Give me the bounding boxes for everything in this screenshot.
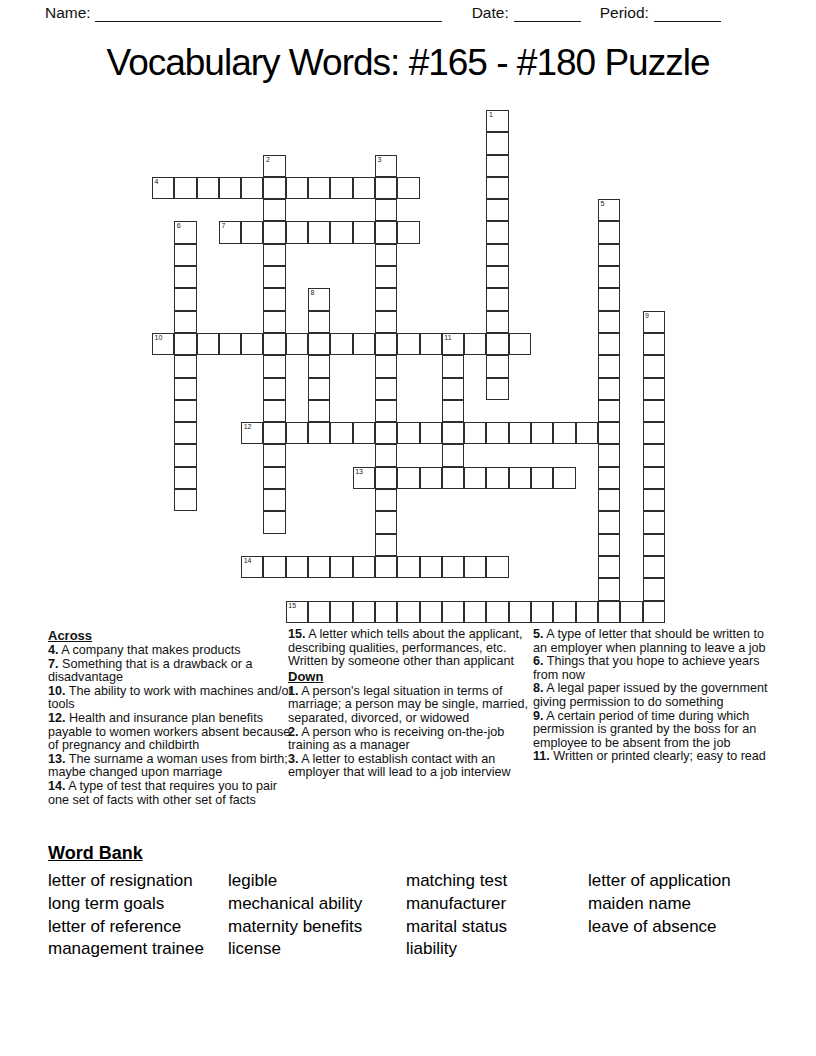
- grid-cell-r14c10[interactable]: [375, 422, 397, 444]
- grid-cell-r22c9[interactable]: [353, 601, 375, 623]
- grid-cell-r22c17[interactable]: [531, 601, 553, 623]
- grid-cell-r13c22[interactable]: [643, 400, 665, 422]
- grid-cell-r0c15[interactable]: 1: [486, 110, 508, 132]
- period-blank-line[interactable]: [654, 7, 721, 22]
- grid-cell-r16c15[interactable]: [486, 467, 508, 489]
- grid-cell-r6c5[interactable]: [263, 244, 285, 266]
- grid-cell-r11c5[interactable]: [263, 355, 285, 377]
- grid-cell-r16c1[interactable]: [174, 467, 196, 489]
- grid-cell-r5c3[interactable]: 7: [219, 221, 241, 243]
- grid-cell-r13c20[interactable]: [598, 400, 620, 422]
- grid-cell-r5c1[interactable]: 6: [174, 221, 196, 243]
- grid-cell-r1c15[interactable]: [486, 132, 508, 154]
- grid-cell-r3c2[interactable]: [197, 177, 219, 199]
- grid-cell-r3c6[interactable]: [286, 177, 308, 199]
- grid-cell-r16c9[interactable]: 13: [353, 467, 375, 489]
- grid-cell-r3c3[interactable]: [219, 177, 241, 199]
- grid-cell-r2c10[interactable]: 3: [375, 155, 397, 177]
- grid-cell-r16c20[interactable]: [598, 467, 620, 489]
- clues-column-middle: 15. A letter which tells about the appli…: [288, 628, 530, 780]
- grid-cell-r4c5[interactable]: [263, 199, 285, 221]
- grid-cell-r6c10[interactable]: [375, 244, 397, 266]
- grid-cell-r3c9[interactable]: [353, 177, 375, 199]
- grid-cell-r14c12[interactable]: [420, 422, 442, 444]
- grid-cell-r11c10[interactable]: [375, 355, 397, 377]
- grid-cell-r10c3[interactable]: [219, 333, 241, 355]
- grid-cell-r5c6[interactable]: [286, 221, 308, 243]
- grid-cell-r20c12[interactable]: [420, 556, 442, 578]
- grid-cell-r10c14[interactable]: [464, 333, 486, 355]
- grid-cell-r15c5[interactable]: [263, 444, 285, 466]
- grid-cell-r3c5[interactable]: [263, 177, 285, 199]
- name-blank-line[interactable]: [95, 7, 442, 22]
- clue-across-7: 7. Something that is a drawback or a dis…: [48, 658, 294, 685]
- grid-cell-r22c11[interactable]: [397, 601, 419, 623]
- grid-cell-r15c20[interactable]: [598, 444, 620, 466]
- clue-across-14: 14. A type of test that requires you to …: [48, 780, 294, 807]
- grid-cell-r5c4[interactable]: [241, 221, 263, 243]
- grid-cell-r19c20[interactable]: [598, 534, 620, 556]
- grid-cell-r12c13[interactable]: [442, 378, 464, 400]
- word-bank-item: letter of reference: [48, 916, 228, 939]
- word-bank-item: matching test: [406, 870, 588, 893]
- grid-cell-r22c8[interactable]: [330, 601, 352, 623]
- grid-cell-r16c14[interactable]: [464, 467, 486, 489]
- word-bank-item: maiden name: [588, 893, 788, 916]
- grid-cell-r5c7[interactable]: [308, 221, 330, 243]
- clue-across-4: 4. A company that makes products: [48, 644, 294, 658]
- grid-cell-r6c1[interactable]: [174, 244, 196, 266]
- grid-cell-r5c5[interactable]: [263, 221, 285, 243]
- grid-cell-r16c13[interactable]: [442, 467, 464, 489]
- grid-cell-r7c5[interactable]: [263, 266, 285, 288]
- cell-number-10: 10: [155, 334, 163, 342]
- grid-cell-r14c19[interactable]: [576, 422, 598, 444]
- grid-cell-r11c20[interactable]: [598, 355, 620, 377]
- clue-down-11: 11. Written or printed clearly; easy to …: [533, 750, 778, 764]
- cell-number-3: 3: [377, 156, 381, 164]
- grid-cell-r14c18[interactable]: [553, 422, 575, 444]
- grid-cell-r5c8[interactable]: [330, 221, 352, 243]
- grid-cell-r17c22[interactable]: [643, 489, 665, 511]
- word-bank-item: letter of application: [588, 870, 788, 893]
- grid-cell-r10c2[interactable]: [197, 333, 219, 355]
- grid-cell-r20c13[interactable]: [442, 556, 464, 578]
- word-bank-item: manufacturer: [406, 893, 588, 916]
- grid-cell-r10c1[interactable]: [174, 333, 196, 355]
- grid-cell-r9c20[interactable]: [598, 311, 620, 333]
- grid-cell-r10c13[interactable]: 11: [442, 333, 464, 355]
- grid-cell-r22c19[interactable]: [576, 601, 598, 623]
- grid-cell-r12c20[interactable]: [598, 378, 620, 400]
- grid-cell-r8c15[interactable]: [486, 288, 508, 310]
- word-bank-column-3: matching testmanufacturermarital statusl…: [406, 870, 588, 961]
- grid-cell-r15c1[interactable]: [174, 444, 196, 466]
- clue-down-1: 1. A person's legal situation in terms o…: [288, 685, 530, 726]
- cell-number-7: 7: [221, 222, 225, 230]
- grid-cell-r16c18[interactable]: [553, 467, 575, 489]
- grid-cell-r17c5[interactable]: [263, 489, 285, 511]
- grid-cell-r20c4[interactable]: 14: [241, 556, 263, 578]
- grid-cell-r16c16[interactable]: [509, 467, 531, 489]
- grid-cell-r11c15[interactable]: [486, 355, 508, 377]
- grid-cell-r10c10[interactable]: [375, 333, 397, 355]
- grid-cell-r14c1[interactable]: [174, 422, 196, 444]
- grid-cell-r11c13[interactable]: [442, 355, 464, 377]
- clue-down-5: 5. A type of letter that should be writt…: [533, 628, 778, 655]
- word-bank-item: license: [228, 938, 406, 961]
- grid-cell-r14c20[interactable]: [598, 422, 620, 444]
- down-heading: Down: [288, 670, 530, 684]
- grid-cell-r14c4[interactable]: 12: [241, 422, 263, 444]
- grid-cell-r17c10[interactable]: [375, 489, 397, 511]
- grid-cell-r15c22[interactable]: [643, 444, 665, 466]
- grid-cell-r20c7[interactable]: [308, 556, 330, 578]
- cell-number-2: 2: [266, 156, 270, 164]
- grid-cell-r10c9[interactable]: [353, 333, 375, 355]
- grid-cell-r5c10[interactable]: [375, 221, 397, 243]
- grid-cell-r10c6[interactable]: [286, 333, 308, 355]
- clue-down-8: 8. A legal paper issued by the governmen…: [533, 682, 778, 709]
- grid-cell-r14c17[interactable]: [531, 422, 553, 444]
- grid-cell-r12c7[interactable]: [308, 378, 330, 400]
- grid-cell-r5c15[interactable]: [486, 221, 508, 243]
- grid-cell-r10c22[interactable]: [643, 333, 665, 355]
- grid-cell-r21c20[interactable]: [598, 578, 620, 600]
- grid-cell-r3c0[interactable]: 4: [152, 177, 174, 199]
- grid-cell-r21c22[interactable]: [643, 578, 665, 600]
- grid-cell-r22c21[interactable]: [620, 601, 642, 623]
- grid-cell-r10c4[interactable]: [241, 333, 263, 355]
- grid-cell-r15c10[interactable]: [375, 444, 397, 466]
- grid-cell-r10c15[interactable]: [486, 333, 508, 355]
- clue-down-6: 6. Things that you hope to achieve years…: [533, 655, 778, 682]
- grid-cell-r14c9[interactable]: [353, 422, 375, 444]
- grid-cell-r19c22[interactable]: [643, 534, 665, 556]
- cell-number-11: 11: [444, 334, 451, 342]
- grid-cell-r2c15[interactable]: [486, 155, 508, 177]
- grid-cell-r20c15[interactable]: [486, 556, 508, 578]
- grid-cell-r17c20[interactable]: [598, 489, 620, 511]
- clue-down-3: 3. A letter to establish contact with an…: [288, 753, 530, 780]
- grid-cell-r16c12[interactable]: [420, 467, 442, 489]
- word-bank-item: letter of resignation: [48, 870, 228, 893]
- clue-down-9: 9. A certain period of time during which…: [533, 710, 778, 751]
- grid-cell-r8c20[interactable]: [598, 288, 620, 310]
- grid-cell-r22c7[interactable]: [308, 601, 330, 623]
- grid-cell-r20c9[interactable]: [353, 556, 375, 578]
- grid-cell-r11c22[interactable]: [643, 355, 665, 377]
- cell-number-12: 12: [244, 423, 252, 431]
- grid-cell-r14c6[interactable]: [286, 422, 308, 444]
- grid-cell-r18c10[interactable]: [375, 511, 397, 533]
- cell-number-5: 5: [600, 200, 604, 208]
- grid-cell-r5c11[interactable]: [397, 221, 419, 243]
- grid-cell-r20c10[interactable]: [375, 556, 397, 578]
- grid-cell-r14c22[interactable]: [643, 422, 665, 444]
- grid-cell-r6c15[interactable]: [486, 244, 508, 266]
- grid-cell-r8c10[interactable]: [375, 288, 397, 310]
- grid-cell-r10c20[interactable]: [598, 333, 620, 355]
- cell-number-4: 4: [155, 178, 159, 186]
- date-blank-line[interactable]: [514, 7, 581, 22]
- word-bank-item: marital status: [406, 916, 588, 939]
- grid-cell-r12c15[interactable]: [486, 378, 508, 400]
- grid-cell-r4c20[interactable]: 5: [598, 199, 620, 221]
- grid-cell-r22c20[interactable]: [598, 601, 620, 623]
- grid-cell-r16c22[interactable]: [643, 467, 665, 489]
- word-bank-item: mechanical ability: [228, 893, 406, 916]
- page-title: Vocabulary Words: #165 - #180 Puzzle: [0, 42, 816, 84]
- grid-cell-r5c20[interactable]: [598, 221, 620, 243]
- grid-cell-r5c9[interactable]: [353, 221, 375, 243]
- grid-cell-r10c5[interactable]: [263, 333, 285, 355]
- grid-cell-r7c1[interactable]: [174, 266, 196, 288]
- word-bank-column-4: letter of applicationmaiden nameleave of…: [588, 870, 788, 961]
- cell-number-6: 6: [177, 222, 181, 230]
- clue-across-13: 13. The surname a woman uses from birth;…: [48, 753, 294, 780]
- grid-cell-r20c6[interactable]: [286, 556, 308, 578]
- grid-cell-r6c20[interactable]: [598, 244, 620, 266]
- grid-cell-r10c8[interactable]: [330, 333, 352, 355]
- grid-cell-r9c5[interactable]: [263, 311, 285, 333]
- word-bank-heading: Word Bank: [48, 843, 788, 864]
- grid-cell-r3c4[interactable]: [241, 177, 263, 199]
- grid-cell-r14c8[interactable]: [330, 422, 352, 444]
- grid-cell-r17c1[interactable]: [174, 489, 196, 511]
- grid-cell-r13c5[interactable]: [263, 400, 285, 422]
- word-bank-item: maternity benefits: [228, 916, 406, 939]
- grid-cell-r15c13[interactable]: [442, 444, 464, 466]
- grid-cell-r16c5[interactable]: [263, 467, 285, 489]
- grid-cell-r10c7[interactable]: [308, 333, 330, 355]
- grid-cell-r9c7[interactable]: [308, 311, 330, 333]
- cell-number-15: 15: [288, 602, 296, 610]
- worksheet-header: Name: Date: Period:: [45, 2, 721, 22]
- grid-cell-r3c7[interactable]: [308, 177, 330, 199]
- grid-cell-r3c11[interactable]: [397, 177, 419, 199]
- across-heading: Across: [48, 629, 294, 643]
- word-bank-item: liability: [406, 938, 588, 961]
- grid-cell-r13c1[interactable]: [174, 400, 196, 422]
- grid-cell-r14c15[interactable]: [486, 422, 508, 444]
- grid-cell-r12c5[interactable]: [263, 378, 285, 400]
- grid-cell-r13c7[interactable]: [308, 400, 330, 422]
- grid-cell-r18c20[interactable]: [598, 511, 620, 533]
- cell-number-13: 13: [355, 468, 363, 476]
- grid-cell-r12c10[interactable]: [375, 378, 397, 400]
- word-bank-item: leave of absence: [588, 916, 788, 939]
- grid-cell-r14c13[interactable]: [442, 422, 464, 444]
- grid-cell-r22c22[interactable]: [643, 601, 665, 623]
- grid-cell-r22c6[interactable]: 15: [286, 601, 308, 623]
- cell-number-8: 8: [311, 289, 315, 297]
- grid-cell-r14c14[interactable]: [464, 422, 486, 444]
- grid-cell-r20c14[interactable]: [464, 556, 486, 578]
- name-label: Name:: [45, 4, 91, 22]
- grid-cell-r22c10[interactable]: [375, 601, 397, 623]
- clue-across-15: 15. A letter which tells about the appli…: [288, 628, 530, 669]
- clue-across-12: 12. Health and insurance plan benefits p…: [48, 712, 294, 753]
- grid-cell-r22c14[interactable]: [464, 601, 486, 623]
- grid-cell-r22c16[interactable]: [509, 601, 531, 623]
- grid-cell-r19c10[interactable]: [375, 534, 397, 556]
- grid-cell-r14c5[interactable]: [263, 422, 285, 444]
- crossword-grid: 123456789101112131415: [152, 110, 665, 623]
- word-bank-item: long term goals: [48, 893, 228, 916]
- grid-cell-r7c20[interactable]: [598, 266, 620, 288]
- grid-cell-r3c8[interactable]: [330, 177, 352, 199]
- grid-cell-r10c16[interactable]: [509, 333, 531, 355]
- grid-cell-r14c11[interactable]: [397, 422, 419, 444]
- grid-cell-r20c20[interactable]: [598, 556, 620, 578]
- word-bank-item: legible: [228, 870, 406, 893]
- grid-cell-r10c11[interactable]: [397, 333, 419, 355]
- grid-cell-r9c22[interactable]: 9: [643, 311, 665, 333]
- cell-number-1: 1: [489, 111, 493, 119]
- cell-number-9: 9: [645, 312, 649, 320]
- grid-cell-r11c7[interactable]: [308, 355, 330, 377]
- grid-cell-r9c1[interactable]: [174, 311, 196, 333]
- grid-cell-r8c7[interactable]: 8: [308, 288, 330, 310]
- grid-cell-r3c10[interactable]: [375, 177, 397, 199]
- word-bank-column-2: legiblemechanical abilitymaternity benef…: [228, 870, 406, 961]
- grid-cell-r13c10[interactable]: [375, 400, 397, 422]
- grid-cell-r8c1[interactable]: [174, 288, 196, 310]
- clues-column-across: Across4. A company that makes products7.…: [48, 628, 294, 807]
- date-label: Date:: [472, 4, 509, 22]
- grid-cell-r3c1[interactable]: [174, 177, 196, 199]
- grid-cell-r20c8[interactable]: [330, 556, 352, 578]
- grid-cell-r3c15[interactable]: [486, 177, 508, 199]
- word-bank: Word Bank letter of resignationlong term…: [48, 843, 788, 961]
- grid-cell-r18c5[interactable]: [263, 511, 285, 533]
- grid-cell-r18c22[interactable]: [643, 511, 665, 533]
- grid-cell-r20c5[interactable]: [263, 556, 285, 578]
- period-label: Period:: [600, 4, 649, 22]
- grid-cell-r16c11[interactable]: [397, 467, 419, 489]
- grid-cell-r20c11[interactable]: [397, 556, 419, 578]
- grid-cell-r12c22[interactable]: [643, 378, 665, 400]
- word-bank-column-1: letter of resignationlong term goalslett…: [48, 870, 228, 961]
- clue-down-2: 2. A person who is receiving on-the-job …: [288, 726, 530, 753]
- grid-cell-r8c5[interactable]: [263, 288, 285, 310]
- grid-cell-r10c0[interactable]: 10: [152, 333, 174, 355]
- grid-cell-r14c16[interactable]: [509, 422, 531, 444]
- grid-cell-r11c1[interactable]: [174, 355, 196, 377]
- grid-cell-r4c15[interactable]: [486, 199, 508, 221]
- grid-cell-r4c10[interactable]: [375, 199, 397, 221]
- grid-cell-r20c22[interactable]: [643, 556, 665, 578]
- grid-cell-r13c13[interactable]: [442, 400, 464, 422]
- grid-cell-r14c7[interactable]: [308, 422, 330, 444]
- grid-cell-r16c10[interactable]: [375, 467, 397, 489]
- grid-cell-r10c12[interactable]: [420, 333, 442, 355]
- clues-column-down-right: 5. A type of letter that should be writt…: [533, 628, 778, 764]
- clue-across-10: 10. The ability to work with machines an…: [48, 685, 294, 712]
- word-bank-item: management trainee: [48, 938, 228, 961]
- grid-cell-r22c13[interactable]: [442, 601, 464, 623]
- grid-cell-r7c15[interactable]: [486, 266, 508, 288]
- cell-number-14: 14: [244, 557, 252, 565]
- grid-cell-r12c1[interactable]: [174, 378, 196, 400]
- grid-cell-r22c15[interactable]: [486, 601, 508, 623]
- grid-cell-r22c12[interactable]: [420, 601, 442, 623]
- grid-cell-r9c10[interactable]: [375, 311, 397, 333]
- grid-cell-r7c10[interactable]: [375, 266, 397, 288]
- grid-cell-r9c15[interactable]: [486, 311, 508, 333]
- word-bank-columns: letter of resignationlong term goalslett…: [48, 870, 788, 961]
- grid-cell-r22c18[interactable]: [553, 601, 575, 623]
- grid-cell-r2c5[interactable]: 2: [263, 155, 285, 177]
- grid-cell-r16c17[interactable]: [531, 467, 553, 489]
